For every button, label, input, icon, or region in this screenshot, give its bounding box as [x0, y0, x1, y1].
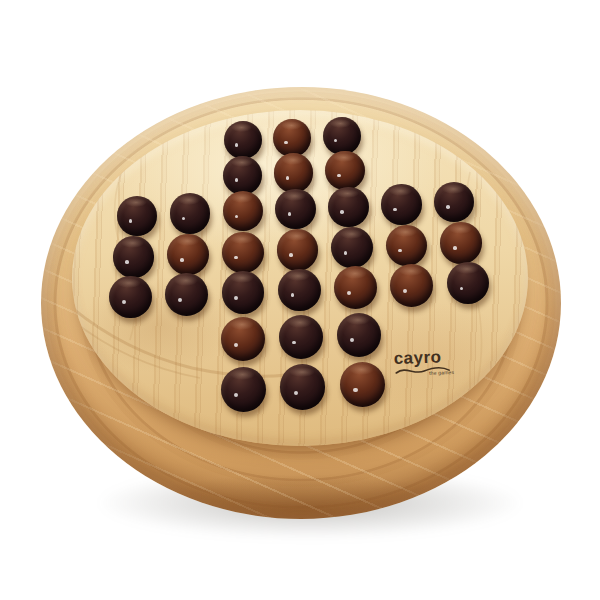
marble-r4c2[interactable]: [167, 234, 209, 276]
marble-r2c3[interactable]: [223, 156, 262, 195]
marble-r5c1[interactable]: [109, 276, 152, 319]
product-photo: cayro the games: [0, 0, 600, 600]
marble-r4c3[interactable]: [222, 232, 264, 274]
marble-r3c1[interactable]: [117, 196, 157, 236]
marble-r2c4[interactable]: [274, 153, 313, 192]
marble-r5c7[interactable]: [447, 262, 490, 305]
marble-r6c3[interactable]: [221, 317, 265, 361]
marble-r7c3[interactable]: [221, 367, 266, 412]
marble-r1c5[interactable]: [323, 117, 361, 155]
marble-r3c5[interactable]: [328, 187, 368, 227]
marble-r1c3[interactable]: [224, 121, 262, 159]
marble-r7c4[interactable]: [280, 364, 325, 409]
marble-r4c5[interactable]: [331, 227, 373, 269]
marble-layer: [0, 0, 600, 600]
marble-r5c3[interactable]: [222, 271, 265, 314]
marble-r3c6[interactable]: [381, 184, 421, 224]
marble-r3c3[interactable]: [223, 191, 263, 231]
marble-r6c4[interactable]: [279, 315, 323, 359]
marble-r3c4[interactable]: [275, 189, 315, 229]
marble-r1c4[interactable]: [273, 119, 311, 157]
marble-r7c5[interactable]: [340, 362, 385, 407]
marble-r4c1[interactable]: [113, 236, 155, 278]
marble-r5c2[interactable]: [165, 273, 208, 316]
marble-r4c6[interactable]: [386, 225, 428, 267]
marble-r5c6[interactable]: [390, 264, 433, 307]
marble-r4c7[interactable]: [440, 222, 482, 264]
marble-r5c5[interactable]: [334, 266, 377, 309]
marble-r6c5[interactable]: [337, 313, 381, 357]
marble-r4c4[interactable]: [277, 229, 319, 271]
marble-r5c4[interactable]: [278, 269, 321, 312]
marble-r3c2[interactable]: [170, 193, 210, 233]
marble-r2c5[interactable]: [325, 151, 364, 190]
marble-r3c7[interactable]: [434, 182, 474, 222]
